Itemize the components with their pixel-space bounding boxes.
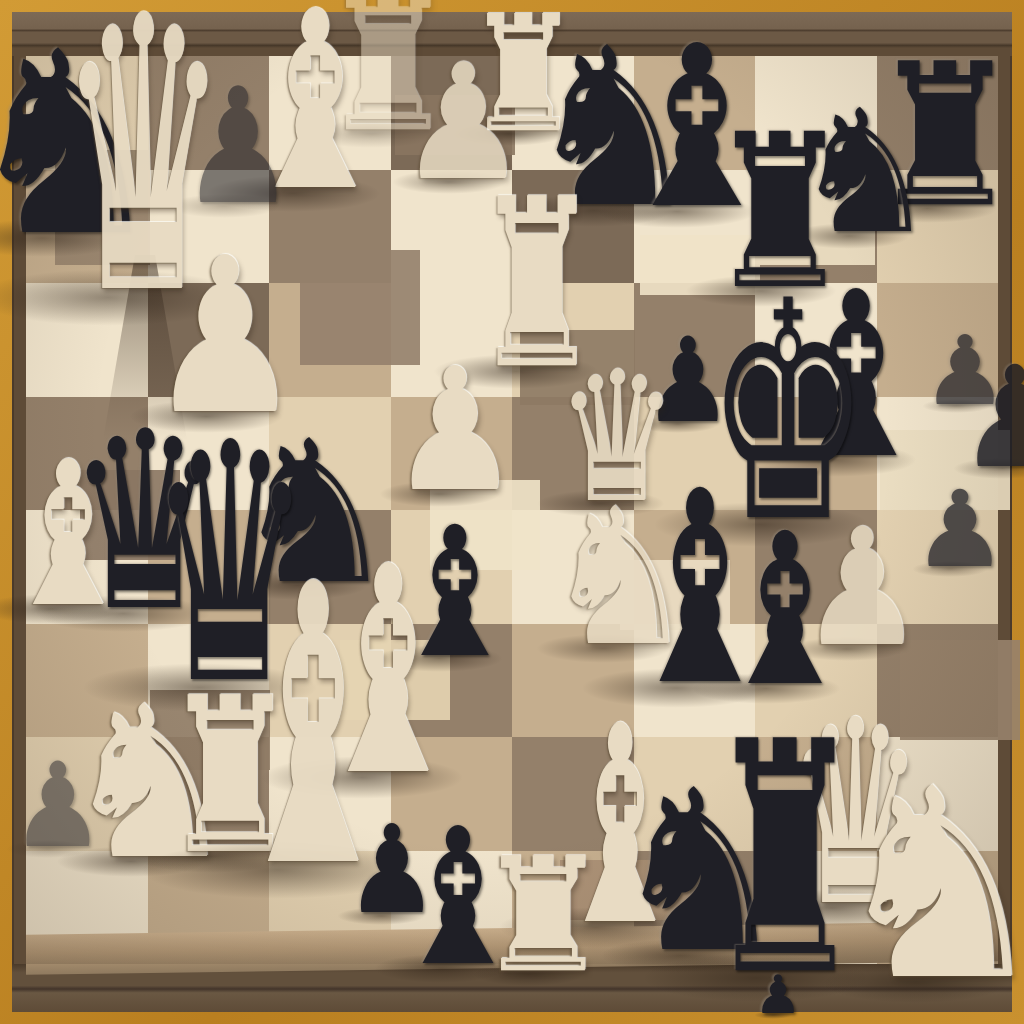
piece-white-knight-h1[interactable]: ♞ (828, 787, 1024, 984)
piece-black-pawn[interactable]: ♟ (959, 365, 1024, 470)
chess-artwork: ♞♛♟♝♜♟♜♞♝♜♞♜♜♟♛♟♚♝♟♟♟♟♝♛♛♞♝♝♝♞♝♝♟♟♞♜♟♝♜♝… (0, 0, 1024, 1024)
piece-black-pawn[interactable]: ♟ (754, 975, 802, 1015)
piece-black-pawn-h4[interactable]: ♟ (912, 490, 1007, 570)
piece-white-pawn-d5[interactable]: ♟ (390, 367, 520, 495)
piece-white-rook-e1[interactable]: ♜ (476, 857, 610, 975)
